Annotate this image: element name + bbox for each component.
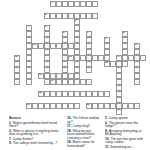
crossword-cell[interactable] bbox=[26, 79, 32, 85]
crossword-cell[interactable] bbox=[92, 1, 98, 7]
clue-item-number: 17. bbox=[67, 124, 73, 128]
crossword-cell[interactable] bbox=[86, 79, 92, 85]
crossword-cell[interactable] bbox=[104, 91, 110, 97]
clue-number: 16 bbox=[39, 73, 42, 75]
clue-item: 9. The valleys were formed by...? bbox=[9, 141, 61, 145]
clue-number: 9 bbox=[105, 37, 106, 39]
clue-item-number: 3. bbox=[9, 129, 13, 133]
clue-item-number: 9. bbox=[9, 141, 13, 145]
clue-item: 17. Camp king? bbox=[67, 124, 100, 128]
clue-item: 6. The glacier near the lodge? bbox=[105, 121, 146, 128]
crossword-page: { "game": "crossword", "title": "Camping… bbox=[0, 0, 150, 150]
clue-number: 1 bbox=[51, 1, 52, 3]
clue-item-number: 11. bbox=[105, 145, 110, 149]
clue-item: 18. What do you leave behind when crossi… bbox=[67, 129, 100, 140]
clue-number: 7 bbox=[87, 31, 88, 33]
clue-number: 17 bbox=[51, 79, 54, 81]
crossword-cell[interactable] bbox=[122, 61, 128, 67]
clue-item: 7. Camp theme? bbox=[9, 137, 61, 141]
clue-number: 11 bbox=[135, 43, 137, 45]
clues-column-down: 5. Camp queen6. The glacier near the lod… bbox=[105, 116, 146, 150]
clue-item: 10. The pet that goes with camp cooker bbox=[105, 137, 146, 144]
clue-item-number: 5. bbox=[105, 116, 109, 120]
clue-item: 16. The hill we walked up? bbox=[67, 116, 100, 123]
clue-item: 5. Camp queen bbox=[105, 116, 146, 120]
clue-number: 20 bbox=[87, 103, 90, 105]
crossword-cell[interactable] bbox=[134, 103, 140, 109]
clue-number: 18 bbox=[39, 91, 42, 93]
crossword-cell[interactable] bbox=[86, 67, 92, 73]
crossword-cell[interactable] bbox=[14, 79, 20, 85]
clue-item-number: 6. bbox=[105, 121, 109, 125]
crossword-cell[interactable] bbox=[134, 79, 140, 85]
clue-item-number: 1. bbox=[9, 121, 13, 125]
clue-number: 13 bbox=[69, 55, 72, 57]
clue-number: 10 bbox=[33, 43, 36, 45]
clue-number: 4 bbox=[27, 25, 28, 27]
clue-number: 8 bbox=[123, 31, 124, 33]
clue-item-number: 19. bbox=[67, 140, 73, 144]
clue-number: 5 bbox=[45, 25, 46, 27]
clues-column-across-continued: 16. The hill we walked up?17. Camp king?… bbox=[67, 116, 100, 150]
clue-item-number: 8. bbox=[105, 129, 109, 133]
clue-number: 6 bbox=[63, 31, 64, 33]
crossword-cell[interactable] bbox=[74, 103, 80, 109]
crossword-cell[interactable] bbox=[116, 109, 122, 115]
clue-item: 3. When a glacier is melting faster than… bbox=[9, 129, 61, 136]
clue-item-number: 16. bbox=[67, 116, 73, 120]
clue-number: 14 bbox=[117, 55, 120, 57]
clue-item-number: 18. bbox=[67, 129, 73, 133]
clue-item-number: 10. bbox=[105, 137, 111, 141]
clue-number: 15 bbox=[105, 61, 108, 63]
clue-number: 19 bbox=[27, 103, 30, 105]
clues-section: Across 1. Native green/brown bird found … bbox=[9, 116, 146, 150]
clue-number: 3 bbox=[75, 19, 76, 21]
clue-item: 19. Maori name for homestead? bbox=[67, 140, 100, 147]
clue-item-number: 7. bbox=[9, 137, 13, 141]
clue-item: 11. Something we ... bbox=[105, 145, 146, 149]
clue-item: 1. Native green/brown bird found there? bbox=[9, 121, 61, 128]
across-header: Across bbox=[9, 116, 61, 120]
clues-column-across: Across 1. Native green/brown bird found … bbox=[9, 116, 61, 150]
clue-item: 8. Annoying biting bug at Mt Aspiring bbox=[105, 129, 146, 136]
crossword-cell[interactable] bbox=[92, 13, 98, 19]
crossword-grid: 1234567891011121314151617181920 bbox=[0, 0, 150, 116]
crossword-cell[interactable] bbox=[140, 55, 146, 61]
clue-number: 2 bbox=[45, 13, 46, 15]
clue-number: 12 bbox=[15, 55, 18, 57]
